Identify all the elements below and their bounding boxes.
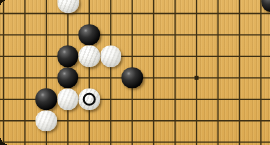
stone-black: [36, 89, 58, 111]
stone-black: [57, 46, 79, 68]
stone-black: [121, 67, 143, 89]
stone-white: [100, 46, 122, 68]
stone-black: [79, 24, 101, 46]
star-point: [195, 76, 199, 80]
stone-white: [36, 110, 58, 132]
stone-black: [57, 67, 79, 89]
go-board[interactable]: [0, 0, 270, 145]
stone-white: [57, 89, 79, 111]
stone-white: [79, 89, 101, 111]
last-move-marker: [83, 93, 96, 106]
stone-white: [79, 46, 101, 68]
